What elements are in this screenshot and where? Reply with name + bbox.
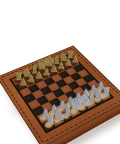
silver-rook-a1: ♜	[44, 114, 56, 126]
square-a7: ♟	[16, 82, 28, 91]
gold-pawn-a7: ♟	[17, 77, 27, 87]
product-photo: ♜♞♝♛♚♝♞♜♟♟♟♟♟♟♟♟♟♟♟♟♟♟♟♟♜♞♝♛♚♝♞♜	[0, 0, 120, 144]
chess-set: ♜♞♝♛♚♝♞♜♟♟♟♟♟♟♟♟♟♟♟♟♟♟♟♟♜♞♝♛♚♝♞♜	[10, 38, 110, 138]
square-a1: ♜	[42, 119, 56, 131]
chess-board: ♜♞♝♛♚♝♞♜♟♟♟♟♟♟♟♟♟♟♟♟♟♟♟♟♜♞♝♛♚♝♞♜	[0, 45, 120, 144]
